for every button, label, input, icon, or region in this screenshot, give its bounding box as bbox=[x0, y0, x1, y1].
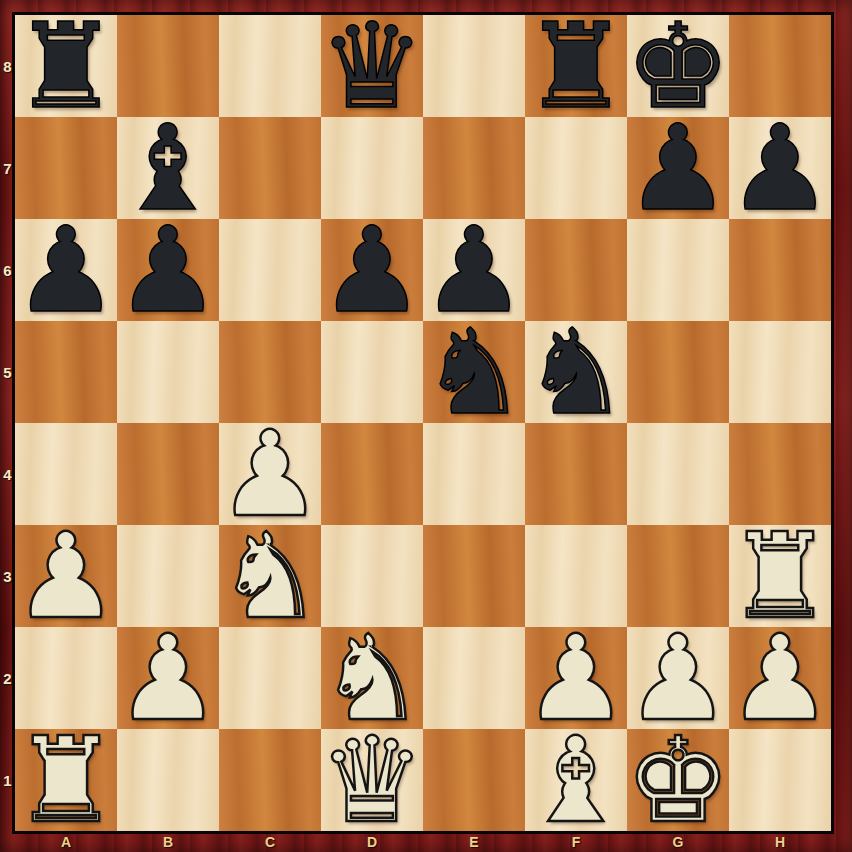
square-e5[interactable]: ♞ bbox=[423, 321, 525, 423]
square-g7[interactable]: ♟ bbox=[627, 117, 729, 219]
piece-black-pawn[interactable]: ♟ bbox=[727, 117, 833, 219]
square-h5[interactable] bbox=[729, 321, 831, 423]
file-label-h: H bbox=[729, 831, 831, 852]
square-f8[interactable]: ♜ bbox=[525, 15, 627, 117]
square-b6[interactable]: ♟ bbox=[117, 219, 219, 321]
square-e3[interactable] bbox=[423, 525, 525, 627]
square-d8[interactable]: ♛ bbox=[321, 15, 423, 117]
file-label-c: C bbox=[219, 831, 321, 852]
piece-white-bishop[interactable]: ♝ bbox=[523, 729, 629, 831]
square-h1[interactable] bbox=[729, 729, 831, 831]
piece-white-pawn[interactable]: ♟ bbox=[13, 525, 119, 627]
square-c8[interactable] bbox=[219, 15, 321, 117]
piece-white-king[interactable]: ♚ bbox=[625, 729, 731, 831]
file-label-b: B bbox=[117, 831, 219, 852]
square-d4[interactable] bbox=[321, 423, 423, 525]
chessboard-frame: 87654321 ABCDEFGH ♜♛♜♚♝♟♟♟♟♟♟♞♞♟♟♞♜♟♞♟♟♟… bbox=[0, 0, 852, 852]
piece-black-pawn[interactable]: ♟ bbox=[13, 219, 119, 321]
square-c7[interactable] bbox=[219, 117, 321, 219]
square-h6[interactable] bbox=[729, 219, 831, 321]
piece-black-queen[interactable]: ♛ bbox=[319, 15, 425, 117]
square-g1[interactable]: ♚ bbox=[627, 729, 729, 831]
file-label-e: E bbox=[423, 831, 525, 852]
rank-labels: 87654321 bbox=[0, 15, 15, 831]
square-d5[interactable] bbox=[321, 321, 423, 423]
square-f1[interactable]: ♝ bbox=[525, 729, 627, 831]
piece-black-pawn[interactable]: ♟ bbox=[319, 219, 425, 321]
square-g6[interactable] bbox=[627, 219, 729, 321]
square-d1[interactable]: ♛ bbox=[321, 729, 423, 831]
square-a6[interactable]: ♟ bbox=[15, 219, 117, 321]
piece-white-rook[interactable]: ♜ bbox=[13, 729, 119, 831]
square-h7[interactable]: ♟ bbox=[729, 117, 831, 219]
square-e1[interactable] bbox=[423, 729, 525, 831]
square-e2[interactable] bbox=[423, 627, 525, 729]
square-a5[interactable] bbox=[15, 321, 117, 423]
piece-black-rook[interactable]: ♜ bbox=[523, 15, 629, 117]
square-a1[interactable]: ♜ bbox=[15, 729, 117, 831]
square-f4[interactable] bbox=[525, 423, 627, 525]
square-b4[interactable] bbox=[117, 423, 219, 525]
piece-white-queen[interactable]: ♛ bbox=[319, 729, 425, 831]
square-e8[interactable] bbox=[423, 15, 525, 117]
square-h2[interactable]: ♟ bbox=[729, 627, 831, 729]
square-b1[interactable] bbox=[117, 729, 219, 831]
square-g5[interactable] bbox=[627, 321, 729, 423]
piece-black-knight[interactable]: ♞ bbox=[523, 321, 629, 423]
square-e4[interactable] bbox=[423, 423, 525, 525]
piece-black-knight[interactable]: ♞ bbox=[421, 321, 527, 423]
square-c6[interactable] bbox=[219, 219, 321, 321]
square-d6[interactable]: ♟ bbox=[321, 219, 423, 321]
chess-board[interactable]: ♜♛♜♚♝♟♟♟♟♟♟♞♞♟♟♞♜♟♞♟♟♟♜♛♝♚ bbox=[15, 15, 831, 831]
square-b2[interactable]: ♟ bbox=[117, 627, 219, 729]
square-a3[interactable]: ♟ bbox=[15, 525, 117, 627]
square-g4[interactable] bbox=[627, 423, 729, 525]
square-f5[interactable]: ♞ bbox=[525, 321, 627, 423]
square-f7[interactable] bbox=[525, 117, 627, 219]
square-b5[interactable] bbox=[117, 321, 219, 423]
square-c2[interactable] bbox=[219, 627, 321, 729]
piece-black-rook[interactable]: ♜ bbox=[13, 15, 119, 117]
piece-black-pawn[interactable]: ♟ bbox=[115, 219, 221, 321]
square-a8[interactable]: ♜ bbox=[15, 15, 117, 117]
piece-white-pawn[interactable]: ♟ bbox=[115, 627, 221, 729]
piece-white-knight[interactable]: ♞ bbox=[217, 525, 323, 627]
square-c3[interactable]: ♞ bbox=[219, 525, 321, 627]
piece-white-pawn[interactable]: ♟ bbox=[727, 627, 833, 729]
piece-black-pawn[interactable]: ♟ bbox=[625, 117, 731, 219]
square-c1[interactable] bbox=[219, 729, 321, 831]
